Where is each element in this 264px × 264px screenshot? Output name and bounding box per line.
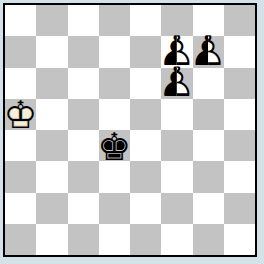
square-c7[interactable]	[68, 36, 99, 67]
neutral-pawn-icon: ♟	[193, 35, 224, 66]
piece-white-king[interactable]: ♚♔	[5, 99, 36, 130]
square-g2[interactable]	[193, 193, 224, 224]
square-e6[interactable]	[130, 68, 161, 99]
square-e7[interactable]	[130, 36, 161, 67]
square-g8[interactable]	[193, 5, 224, 36]
square-g5[interactable]	[193, 99, 224, 130]
square-a1[interactable]	[5, 224, 36, 255]
white-king-icon: ♚	[5, 100, 36, 131]
square-b3[interactable]	[36, 161, 67, 192]
square-d1[interactable]	[99, 224, 130, 255]
piece-black-king[interactable]: ♚	[99, 130, 130, 161]
square-b4[interactable]	[36, 130, 67, 161]
black-king-icon: ♚	[99, 131, 130, 162]
square-b1[interactable]	[36, 224, 67, 255]
square-g3[interactable]	[193, 161, 224, 192]
square-e8[interactable]	[130, 5, 161, 36]
square-b8[interactable]	[36, 5, 67, 36]
square-c5[interactable]	[68, 99, 99, 130]
square-a4[interactable]	[5, 130, 36, 161]
square-d2[interactable]	[99, 193, 130, 224]
piece-neutral-pawn[interactable]: ♟♟♙	[161, 68, 192, 99]
square-f5[interactable]	[161, 99, 192, 130]
square-d7[interactable]	[99, 36, 130, 67]
neutral-pawn-icon: ♙	[161, 67, 192, 98]
square-d8[interactable]	[99, 5, 130, 36]
square-e3[interactable]	[130, 161, 161, 192]
square-d6[interactable]	[99, 68, 130, 99]
square-a8[interactable]	[5, 5, 36, 36]
square-g1[interactable]	[193, 224, 224, 255]
neutral-pawn-icon: ♟	[193, 35, 224, 66]
square-b5[interactable]	[36, 99, 67, 130]
square-a5[interactable]: ♚♔	[5, 99, 36, 130]
square-h8[interactable]	[224, 5, 255, 36]
neutral-pawn-icon: ♟	[161, 35, 192, 66]
neutral-pawn-icon: ♙	[193, 35, 224, 66]
square-e1[interactable]	[130, 224, 161, 255]
square-e4[interactable]	[130, 130, 161, 161]
square-g6[interactable]	[193, 68, 224, 99]
square-e5[interactable]	[130, 99, 161, 130]
square-f8[interactable]	[161, 5, 192, 36]
square-c1[interactable]	[68, 224, 99, 255]
neutral-pawn-icon: ♟	[161, 67, 192, 98]
square-f6[interactable]: ♟♟♙	[161, 68, 192, 99]
square-c4[interactable]	[68, 130, 99, 161]
square-c8[interactable]	[68, 5, 99, 36]
piece-neutral-pawn[interactable]: ♟♟♙	[193, 36, 224, 67]
square-f3[interactable]	[161, 161, 192, 192]
square-f7[interactable]: ♟♟♙	[161, 36, 192, 67]
square-f2[interactable]	[161, 193, 192, 224]
square-h5[interactable]	[224, 99, 255, 130]
square-b6[interactable]	[36, 68, 67, 99]
square-b2[interactable]	[36, 193, 67, 224]
square-b7[interactable]	[36, 36, 67, 67]
square-c2[interactable]	[68, 193, 99, 224]
square-f1[interactable]	[161, 224, 192, 255]
square-e2[interactable]	[130, 193, 161, 224]
square-d4[interactable]: ♚	[99, 130, 130, 161]
square-h4[interactable]	[224, 130, 255, 161]
square-h6[interactable]	[224, 68, 255, 99]
neutral-pawn-icon: ♟	[161, 67, 192, 98]
neutral-pawn-icon: ♙	[161, 35, 192, 66]
square-g4[interactable]	[193, 130, 224, 161]
square-h2[interactable]	[224, 193, 255, 224]
square-c3[interactable]	[68, 161, 99, 192]
square-f4[interactable]	[161, 130, 192, 161]
square-g7[interactable]: ♟♟♙	[193, 36, 224, 67]
white-king-icon: ♔	[5, 100, 36, 131]
square-h7[interactable]	[224, 36, 255, 67]
neutral-pawn-icon: ♟	[161, 35, 192, 66]
square-h1[interactable]	[224, 224, 255, 255]
chess-diagram: { "game": "chess", "variant_note": "fair…	[0, 0, 264, 264]
chess-board: ♟♟♙♟♟♙♟♟♙♚♔♚	[3, 3, 257, 257]
square-d5[interactable]	[99, 99, 130, 130]
piece-neutral-pawn[interactable]: ♟♟♙	[161, 36, 192, 67]
square-a3[interactable]	[5, 161, 36, 192]
square-h3[interactable]	[224, 161, 255, 192]
square-d3[interactable]	[99, 161, 130, 192]
square-a7[interactable]	[5, 36, 36, 67]
square-c6[interactable]	[68, 68, 99, 99]
square-a2[interactable]	[5, 193, 36, 224]
square-a6[interactable]	[5, 68, 36, 99]
